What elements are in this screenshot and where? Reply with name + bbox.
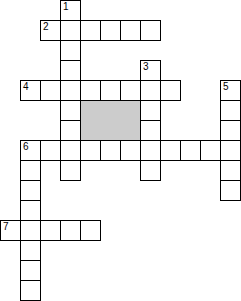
cell-r1-c4[interactable] bbox=[80, 20, 101, 41]
clue-number-6: 6 bbox=[23, 142, 29, 151]
cell-r4-c3[interactable] bbox=[60, 80, 81, 101]
cell-r7-c1[interactable]: 6 bbox=[20, 140, 41, 161]
cell-r7-c3[interactable] bbox=[60, 140, 81, 161]
cell-r7-c8[interactable] bbox=[160, 140, 181, 161]
cell-r7-c7[interactable] bbox=[140, 140, 161, 161]
cell-r11-c2[interactable] bbox=[40, 220, 61, 241]
cell-r1-c5[interactable] bbox=[100, 20, 121, 41]
cell-r13-c1[interactable] bbox=[20, 260, 41, 281]
clue-number-3: 3 bbox=[143, 62, 149, 71]
cell-r6-c7[interactable] bbox=[140, 120, 161, 141]
cell-r4-c1[interactable]: 4 bbox=[20, 80, 41, 101]
cell-r4-c7[interactable] bbox=[140, 80, 161, 101]
cell-r11-c4[interactable] bbox=[80, 220, 101, 241]
crossword-board: 1234567 bbox=[0, 0, 241, 301]
cell-r11-c1[interactable] bbox=[20, 220, 41, 241]
cell-r11-c3[interactable] bbox=[60, 220, 81, 241]
cell-r6-c11[interactable] bbox=[220, 120, 241, 141]
cell-r3-c3[interactable] bbox=[60, 60, 81, 81]
cell-r3-c7[interactable]: 3 bbox=[140, 60, 161, 81]
cell-r4-c6[interactable] bbox=[120, 80, 141, 101]
cell-r4-c11[interactable]: 5 bbox=[220, 80, 241, 101]
cell-r6-c3[interactable] bbox=[60, 120, 81, 141]
cell-r0-c3[interactable]: 1 bbox=[60, 0, 81, 21]
image-block bbox=[80, 100, 141, 141]
cell-r4-c2[interactable] bbox=[40, 80, 61, 101]
clue-number-2: 2 bbox=[43, 22, 49, 31]
cell-r2-c3[interactable] bbox=[60, 40, 81, 61]
cell-r7-c4[interactable] bbox=[80, 140, 101, 161]
cell-r7-c10[interactable] bbox=[200, 140, 221, 161]
cell-r1-c3[interactable] bbox=[60, 20, 81, 41]
cell-r1-c2[interactable]: 2 bbox=[40, 20, 61, 41]
clue-number-4: 4 bbox=[23, 82, 29, 91]
cell-r8-c11[interactable] bbox=[220, 160, 241, 181]
cell-r8-c7[interactable] bbox=[140, 160, 161, 181]
clue-number-7: 7 bbox=[3, 222, 9, 231]
cell-r4-c5[interactable] bbox=[100, 80, 121, 101]
cell-r4-c4[interactable] bbox=[80, 80, 101, 101]
cell-r8-c1[interactable] bbox=[20, 160, 41, 181]
cell-r9-c11[interactable] bbox=[220, 180, 241, 201]
cell-r11-c0[interactable]: 7 bbox=[0, 220, 21, 241]
cell-r7-c6[interactable] bbox=[120, 140, 141, 161]
clue-number-5: 5 bbox=[223, 82, 229, 91]
cell-r1-c7[interactable] bbox=[140, 20, 161, 41]
cell-r5-c3[interactable] bbox=[60, 100, 81, 121]
cell-r5-c7[interactable] bbox=[140, 100, 161, 121]
cell-r7-c9[interactable] bbox=[180, 140, 201, 161]
cell-r9-c1[interactable] bbox=[20, 180, 41, 201]
clue-number-1: 1 bbox=[63, 2, 69, 11]
cell-r10-c1[interactable] bbox=[20, 200, 41, 221]
cell-r14-c1[interactable] bbox=[20, 280, 41, 301]
cell-r12-c1[interactable] bbox=[20, 240, 41, 261]
cell-r4-c8[interactable] bbox=[160, 80, 181, 101]
cell-r8-c3[interactable] bbox=[60, 160, 81, 181]
cell-r5-c11[interactable] bbox=[220, 100, 241, 121]
cell-r7-c11[interactable] bbox=[220, 140, 241, 161]
cell-r7-c2[interactable] bbox=[40, 140, 61, 161]
cell-r1-c6[interactable] bbox=[120, 20, 141, 41]
cell-r7-c5[interactable] bbox=[100, 140, 121, 161]
